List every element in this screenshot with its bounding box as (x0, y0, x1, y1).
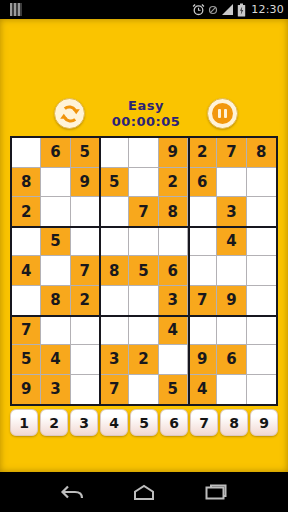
cell-r6c4[interactable] (100, 286, 129, 316)
cell-r9c9[interactable] (247, 375, 276, 405)
cell-r8c4: 3 (100, 345, 129, 375)
recents-icon (204, 483, 228, 501)
nav-back-button[interactable] (59, 482, 85, 502)
silent-mode-icon (208, 5, 218, 15)
cell-r8c2: 4 (41, 345, 70, 375)
alarm-icon (192, 3, 205, 16)
home-icon (131, 483, 157, 501)
game-timer: 00:00:05 (112, 114, 181, 130)
cell-r5c7[interactable] (188, 256, 217, 286)
cell-r1c6: 9 (159, 138, 188, 168)
status-bar: 12:30 (0, 0, 288, 19)
difficulty-label: Easy (128, 98, 164, 114)
cell-r6c5[interactable] (129, 286, 158, 316)
number-button-1[interactable]: 1 (10, 409, 38, 436)
cell-r4c8: 4 (217, 227, 246, 257)
cell-r4c7[interactable] (188, 227, 217, 257)
back-icon (59, 483, 85, 501)
cell-r6c2: 8 (41, 286, 70, 316)
cell-r4c2: 5 (41, 227, 70, 257)
cell-r5c3: 7 (71, 256, 100, 286)
cell-r8c3[interactable] (71, 345, 100, 375)
cell-r8c7: 9 (188, 345, 217, 375)
cell-r1c1[interactable] (12, 138, 41, 168)
cell-r5c4: 8 (100, 256, 129, 286)
cell-r8c6[interactable] (159, 345, 188, 375)
cell-r1c7: 2 (188, 138, 217, 168)
cell-r2c1: 8 (12, 168, 41, 198)
cell-r7c2[interactable] (41, 316, 70, 346)
number-button-7[interactable]: 7 (190, 409, 218, 436)
cell-r3c7[interactable] (188, 197, 217, 227)
cell-r5c1: 4 (12, 256, 41, 286)
restart-button[interactable] (54, 98, 85, 129)
number-button-4[interactable]: 4 (100, 409, 128, 436)
clock-time: 12:30 (249, 3, 284, 16)
number-button-8[interactable]: 8 (220, 409, 248, 436)
cell-r4c4[interactable] (100, 227, 129, 257)
cell-r3c9[interactable] (247, 197, 276, 227)
cell-r6c3: 2 (71, 286, 100, 316)
cell-r9c6: 5 (159, 375, 188, 405)
cell-r8c5: 2 (129, 345, 158, 375)
cell-r6c8: 9 (217, 286, 246, 316)
cell-r1c4[interactable] (100, 138, 129, 168)
signal-strength-icon (221, 3, 234, 16)
number-button-5[interactable]: 5 (130, 409, 158, 436)
cell-r9c7: 4 (188, 375, 217, 405)
cell-r3c8: 3 (217, 197, 246, 227)
cell-r5c2[interactable] (41, 256, 70, 286)
cell-r7c1: 7 (12, 316, 41, 346)
cell-r7c5[interactable] (129, 316, 158, 346)
cell-r9c5[interactable] (129, 375, 158, 405)
cell-r9c2: 3 (41, 375, 70, 405)
number-button-6[interactable]: 6 (160, 409, 188, 436)
cell-r9c1: 9 (12, 375, 41, 405)
android-nav-bar (0, 472, 288, 512)
cell-r7c9[interactable] (247, 316, 276, 346)
pause-icon (212, 103, 233, 124)
sudoku-cells: 6592788952627835447856823797454329693754 (12, 138, 276, 404)
cell-r4c3[interactable] (71, 227, 100, 257)
title-block: Easy 00:00:05 (112, 98, 181, 129)
number-button-3[interactable]: 3 (70, 409, 98, 436)
cell-r3c3[interactable] (71, 197, 100, 227)
cell-r4c1[interactable] (12, 227, 41, 257)
pause-button[interactable] (207, 98, 238, 129)
cell-r8c9[interactable] (247, 345, 276, 375)
cell-r8c1: 5 (12, 345, 41, 375)
cell-r2c3: 9 (71, 168, 100, 198)
cell-r5c6: 6 (159, 256, 188, 286)
sudoku-app: Easy 00:00:05 65927889526278354478568237… (0, 19, 288, 472)
cell-r5c8[interactable] (217, 256, 246, 286)
cell-r9c8[interactable] (217, 375, 246, 405)
cell-r6c1[interactable] (12, 286, 41, 316)
cell-r6c6: 3 (159, 286, 188, 316)
phone-screen: 12:30 Easy 00:00:05 (0, 0, 288, 512)
cell-r6c7: 7 (188, 286, 217, 316)
cell-r3c4[interactable] (100, 197, 129, 227)
cell-r9c3[interactable] (71, 375, 100, 405)
cell-r1c3: 5 (71, 138, 100, 168)
cell-r7c8[interactable] (217, 316, 246, 346)
refresh-icon (59, 103, 81, 125)
cell-r3c1: 2 (12, 197, 41, 227)
cell-r2c4: 5 (100, 168, 129, 198)
cell-r7c6: 4 (159, 316, 188, 346)
cell-r4c6[interactable] (159, 227, 188, 257)
cell-r1c5[interactable] (129, 138, 158, 168)
cell-r2c9[interactable] (247, 168, 276, 198)
cell-r2c2[interactable] (41, 168, 70, 198)
cell-r7c3[interactable] (71, 316, 100, 346)
cell-r5c5: 5 (129, 256, 158, 286)
cell-r8c8: 6 (217, 345, 246, 375)
game-header: Easy 00:00:05 (0, 19, 288, 129)
cell-r2c8[interactable] (217, 168, 246, 198)
cell-r7c4[interactable] (100, 316, 129, 346)
cell-r2c5[interactable] (129, 168, 158, 198)
cell-r3c5: 7 (129, 197, 158, 227)
cell-r2c6: 2 (159, 168, 188, 198)
battery-charging-icon (237, 3, 246, 17)
sudoku-board: 6592788952627835447856823797454329693754 (10, 136, 278, 406)
cell-r3c6: 8 (159, 197, 188, 227)
cell-r9c4: 7 (100, 375, 129, 405)
number-button-2[interactable]: 2 (40, 409, 68, 436)
number-button-row: 123456789 (0, 409, 288, 436)
cell-r1c2: 6 (41, 138, 70, 168)
cell-r5c9[interactable] (247, 256, 276, 286)
number-button-9[interactable]: 9 (250, 409, 278, 436)
cell-r7c7[interactable] (188, 316, 217, 346)
nav-recents-button[interactable] (203, 482, 229, 502)
cell-r4c9[interactable] (247, 227, 276, 257)
cell-r4c5[interactable] (129, 227, 158, 257)
cell-r6c9[interactable] (247, 286, 276, 316)
cell-r3c2[interactable] (41, 197, 70, 227)
cell-r1c9: 8 (247, 138, 276, 168)
cell-r1c8: 7 (217, 138, 246, 168)
sim-card-icon (10, 3, 22, 16)
cell-r2c7: 6 (188, 168, 217, 198)
nav-home-button[interactable] (131, 482, 157, 502)
